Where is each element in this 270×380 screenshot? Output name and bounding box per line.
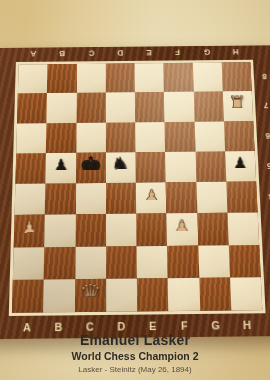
- file-label-top-f: F: [163, 46, 192, 60]
- square-d6: [106, 122, 136, 152]
- square-b3: [44, 215, 75, 247]
- square-a5: [15, 153, 46, 184]
- square-a7: [17, 93, 47, 123]
- square-h7: ♜: [223, 91, 254, 121]
- white-pawn-f3: ♟: [174, 218, 191, 236]
- square-f8: [163, 63, 193, 92]
- square-g4: [196, 182, 227, 214]
- rank-label-5: 5: [259, 151, 270, 182]
- square-b1: [43, 279, 75, 313]
- square-b7: [47, 93, 77, 123]
- square-d8: [106, 63, 135, 92]
- board-frame: ABCDEFGH ABCDEFGH 87654321 ♜♟♚♞♟♟♟♟♛: [0, 45, 270, 339]
- black-king-c5: ♚: [79, 153, 102, 179]
- square-g1: [199, 277, 231, 310]
- square-f7: [164, 92, 194, 122]
- square-a3: ♟: [14, 215, 45, 247]
- square-e1: [137, 278, 169, 311]
- square-b5: ♟: [46, 153, 76, 184]
- poster-background: ABCDEFGH ABCDEFGH 87654321 ♜♟♚♞♟♟♟♟♛ Ema…: [0, 0, 270, 380]
- square-c7: [76, 93, 106, 123]
- square-e8: [135, 63, 165, 92]
- square-e3: [136, 214, 167, 246]
- file-label-top-b: B: [48, 47, 77, 61]
- square-f4: [166, 182, 197, 214]
- square-c2: [75, 246, 106, 279]
- square-h6: [224, 121, 255, 151]
- square-h3: [227, 213, 259, 245]
- square-c8: [76, 64, 105, 93]
- square-b2: [44, 246, 75, 279]
- file-label-top-g: G: [192, 46, 221, 60]
- square-a8: [18, 64, 48, 93]
- square-g5: [195, 151, 226, 182]
- square-a4: [15, 184, 46, 216]
- file-labels-top: ABCDEFGH: [19, 46, 250, 61]
- square-d7: [106, 92, 136, 122]
- file-label-top-d: D: [106, 47, 135, 61]
- square-f1: [168, 278, 200, 311]
- white-pawn-a3: ♟: [21, 220, 37, 238]
- square-e4: ♟: [136, 182, 167, 214]
- square-d2: [106, 246, 137, 279]
- rank-label-1: 1: [265, 277, 270, 310]
- rank-label-2: 2: [263, 244, 270, 277]
- square-a2: [13, 247, 45, 280]
- square-c3: [75, 214, 106, 246]
- square-e2: [136, 245, 167, 278]
- square-f3: ♟: [167, 213, 198, 245]
- rank-label-8: 8: [254, 62, 270, 91]
- rank-label-4: 4: [260, 181, 270, 212]
- file-label-top-e: E: [134, 46, 163, 60]
- black-pawn-b5: ♟: [53, 158, 68, 175]
- square-a6: [16, 123, 46, 153]
- square-e6: [135, 122, 165, 152]
- square-e5: [135, 152, 165, 183]
- square-c1: ♛: [75, 279, 106, 313]
- square-h1: [230, 277, 263, 310]
- square-c5: ♚: [76, 152, 106, 183]
- square-b8: [47, 64, 76, 93]
- white-queen-c1: ♛: [79, 281, 101, 306]
- square-h2: [229, 244, 261, 277]
- square-e7: [135, 92, 165, 122]
- square-d5: ♞: [106, 152, 136, 183]
- square-g6: [194, 121, 225, 151]
- square-g3: [197, 213, 229, 245]
- square-d4: [106, 183, 136, 215]
- square-h4: [226, 181, 258, 213]
- square-b6: [46, 122, 76, 152]
- square-h5: ♟: [225, 151, 256, 182]
- square-g7: [193, 92, 223, 122]
- square-g8: [192, 63, 222, 92]
- black-knight-d5: ♞: [111, 154, 131, 176]
- rank-label-3: 3: [262, 212, 270, 244]
- square-g2: [198, 245, 230, 278]
- white-rook-h7: ♜: [228, 94, 247, 114]
- square-c4: [75, 183, 105, 215]
- black-pawn-h5: ♟: [233, 156, 248, 173]
- file-label-top-h: H: [221, 46, 250, 60]
- chess-board: ABCDEFGH ABCDEFGH 87654321 ♜♟♚♞♟♟♟♟♛: [0, 45, 270, 339]
- square-f5: [165, 151, 196, 182]
- rank-label-7: 7: [256, 91, 270, 121]
- board-inlay: ♜♟♚♞♟♟♟♟♛: [9, 60, 266, 316]
- square-c6: [76, 122, 106, 152]
- white-pawn-e4: ♟: [143, 187, 158, 204]
- caption-block: Emanuel Lasker World Chess Champion 2 La…: [0, 332, 270, 374]
- poster-subtitle: World Chess Champion 2: [0, 350, 270, 362]
- square-d3: [106, 214, 137, 246]
- file-label-top-a: A: [19, 47, 48, 61]
- square-f2: [167, 245, 199, 278]
- file-label-top-c: C: [77, 47, 106, 61]
- square-b4: [45, 183, 76, 215]
- poster-caption: Lasker - Steinitz (May 26, 1894): [0, 365, 270, 374]
- board-grid: ♜♟♚♞♟♟♟♟♛: [12, 62, 262, 312]
- square-h8: [221, 62, 251, 91]
- square-f6: [165, 121, 195, 151]
- square-d1: [106, 278, 137, 311]
- poster-title: Emanuel Lasker: [0, 332, 270, 348]
- rank-label-6: 6: [257, 121, 270, 151]
- square-a1: [12, 279, 44, 313]
